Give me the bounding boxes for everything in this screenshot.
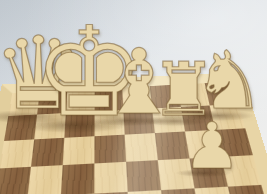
pieces-layer: ♛♚♝♜♞♟ xyxy=(0,0,267,194)
chess-set-photo: ♛♚♝♜♞♟ xyxy=(0,0,267,194)
white-pawn: ♟ xyxy=(180,114,244,178)
